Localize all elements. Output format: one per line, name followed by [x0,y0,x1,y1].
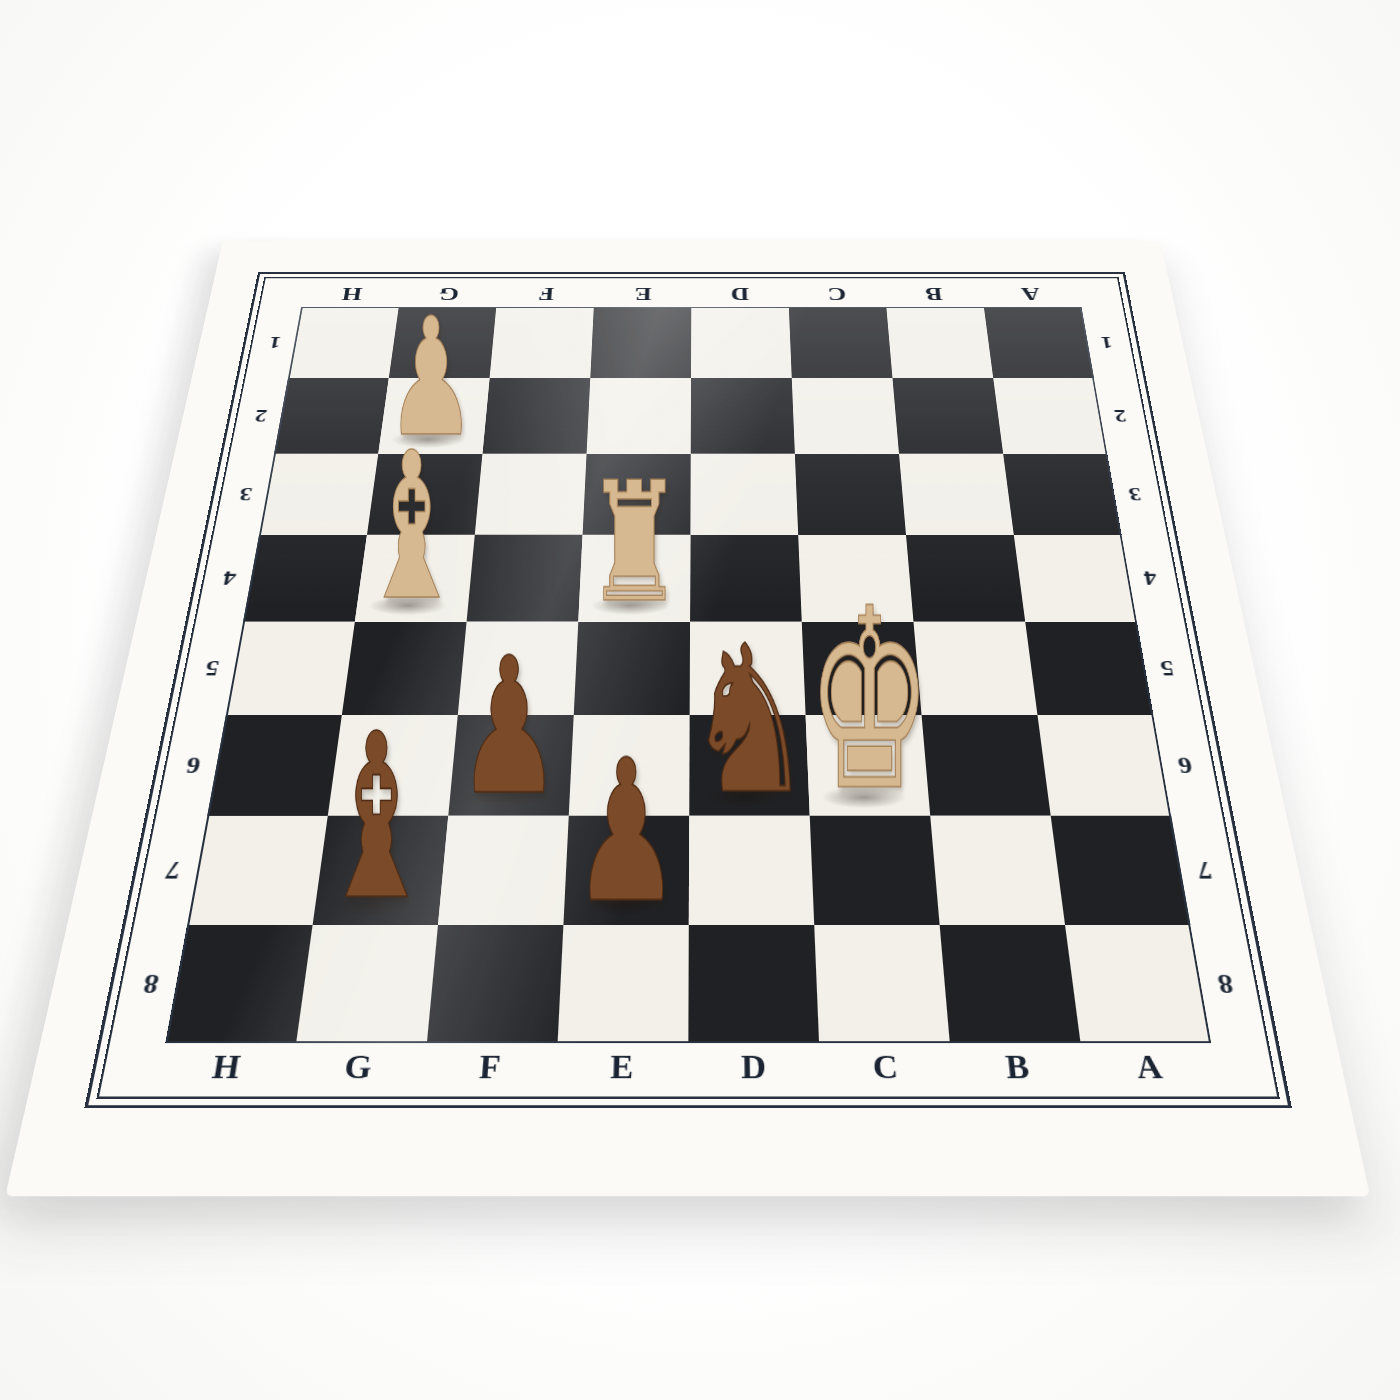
square-d1 [691,307,792,378]
square-a6 [1037,715,1171,816]
square-b2 [892,378,1003,454]
corner-top-left [263,281,306,307]
file-label-top-a-text: A [1019,283,1041,304]
square-b3 [899,454,1014,535]
rank-label-left-2-text: 2 [253,405,269,425]
file-label-top-a: A [980,281,1081,307]
square-h7 [187,816,328,925]
square-c1 [789,307,893,378]
square-a8 [1065,925,1211,1043]
rank-label-right-4: 4 [1122,535,1181,622]
board-inner-frame-line: HGFEDCBA112♟2334♝♜4556♟♞♚67♝♟788HGFEDCBA [96,277,1279,1098]
square-h4 [243,535,367,622]
square-a1 [984,307,1094,378]
file-label-top-f: F [496,281,595,307]
square-f2 [482,378,590,454]
square-b6 [922,715,1051,816]
rank-label-right-8-text: 8 [1215,967,1235,998]
file-label-bottom-e: E [555,1043,688,1092]
piece-black-pawn-f6: ♟ [457,647,562,807]
square-c2 [792,378,899,454]
rank-label-right-4-text: 4 [1142,566,1159,589]
square-d2 [691,378,795,454]
file-label-bottom-g: G [289,1043,427,1092]
piece-white-bishop-g4: ♝ [359,441,465,613]
file-label-top-b: B [884,281,984,307]
square-d6: ♞ [689,715,809,816]
file-label-bottom-a: A [1081,1043,1220,1092]
file-label-top-c-text: C [827,283,848,304]
square-b7 [930,816,1065,925]
file-label-top-d-text: D [730,283,750,304]
square-f3 [475,454,587,535]
square-d8 [688,925,819,1043]
square-c7 [810,816,940,925]
file-label-bottom-e-text: E [610,1048,635,1086]
rank-label-right-5-text: 5 [1158,655,1176,680]
file-label-bottom-c-text: C [872,1048,901,1086]
file-label-top-f-text: F [537,283,555,304]
square-d3 [690,454,798,535]
rank-label-left-8-text: 8 [141,967,162,998]
square-g8 [296,925,438,1043]
photo-stage: HGFEDCBA112♟2334♝♜4556♟♞♚67♝♟788HGFEDCBA [0,0,1400,1400]
square-e2 [587,378,691,454]
rank-label-right-2-text: 2 [1113,405,1128,425]
square-b5 [913,622,1037,715]
file-label-top-e-text: E [634,283,652,304]
square-c6: ♚ [806,715,931,816]
file-label-top-e: E [594,281,692,307]
file-label-bottom-h-text: H [210,1048,244,1086]
square-f1 [490,307,594,378]
file-label-top-h-text: H [340,283,364,304]
file-label-top-g-text: G [437,283,460,304]
file-label-bottom-h: H [156,1043,296,1092]
corner-bottom-left [104,1043,165,1092]
vinyl-chessboard-sheet: HGFEDCBA112♟2334♝♜4556♟♞♚67♝♟788HGFEDCBA [5,241,1370,1196]
square-e8 [558,925,689,1043]
square-e5 [574,622,690,715]
rank-label-left-4-text: 4 [221,566,238,589]
square-c3 [795,454,906,535]
corner-top-right [1077,281,1120,307]
piece-black-knight-d6: ♞ [685,634,813,807]
file-label-bottom-c: C [819,1043,954,1092]
rank-label-left-3-text: 3 [238,483,254,504]
rank-label-right-2: 2 [1094,378,1148,454]
rank-label-left-6: 6 [160,715,226,816]
rank-label-left-5: 5 [181,622,243,715]
rank-label-right-3-text: 3 [1127,483,1143,504]
rank-label-left-1-text: 1 [268,333,283,352]
rank-label-left-5-text: 5 [204,655,222,680]
rank-label-right-6: 6 [1153,715,1218,816]
square-f7 [438,816,569,925]
piece-black-bishop-g7: ♝ [317,722,435,916]
square-g4: ♝ [355,535,475,622]
square-e4: ♜ [578,535,690,622]
piece-black-pawn-e7: ♟ [572,749,681,916]
file-label-bottom-f: F [422,1043,557,1092]
square-f8 [427,925,564,1043]
piece-white-rook-e4: ♜ [586,474,684,614]
file-label-bottom-g-text: G [342,1048,375,1086]
square-h1 [288,307,399,378]
rank-label-left-2: 2 [234,378,289,454]
rank-label-right-7-text: 7 [1195,855,1214,884]
square-a3 [1003,454,1121,535]
corner-bottom-right [1211,1043,1271,1092]
square-d7 [689,816,814,925]
square-b1 [886,307,993,378]
file-label-bottom-f-text: F [478,1048,503,1086]
square-f6: ♟ [448,715,573,816]
rank-label-left-6-text: 6 [184,751,203,777]
coordinate-grid: HGFEDCBA112♟2334♝♜4556♟♞♚67♝♟788HGFEDCBA [104,281,1271,1093]
file-label-top-d: D [691,281,789,307]
square-a2 [993,378,1107,454]
square-c8 [814,925,950,1043]
square-a4 [1014,535,1137,622]
square-e1 [590,307,691,378]
board-coordinate-area: HGFEDCBA112♟2334♝♜4556♟♞♚67♝♟788HGFEDCBA [104,281,1271,1093]
rank-label-right-1-text: 1 [1100,333,1115,352]
piece-white-king-c6: ♚ [807,595,932,807]
file-label-bottom-d: D [688,1043,821,1092]
square-a5 [1025,622,1153,715]
file-label-bottom-b-text: B [1004,1048,1032,1086]
file-label-bottom-d-text: D [741,1048,768,1086]
rank-label-right-6-text: 6 [1176,751,1194,777]
file-label-top-c: C [788,281,887,307]
square-f4 [467,535,583,622]
file-label-bottom-b: B [950,1043,1087,1092]
file-label-top-b-text: B [924,283,944,304]
file-label-bottom-a-text: A [1134,1048,1166,1086]
square-e7: ♟ [563,816,689,925]
square-g7: ♝ [313,816,449,925]
rank-label-left-7-text: 7 [164,855,184,884]
rank-label-right-5: 5 [1137,622,1199,715]
square-a7 [1051,816,1191,925]
board-outer-frame-line: HGFEDCBA112♟2334♝♜4556♟♞♚67♝♟788HGFEDCBA [84,272,1292,1108]
square-b8 [940,925,1081,1043]
square-h8 [165,925,312,1043]
perspective-scene: HGFEDCBA112♟2334♝♜4556♟♞♚67♝♟788HGFEDCBA [0,0,1400,1400]
